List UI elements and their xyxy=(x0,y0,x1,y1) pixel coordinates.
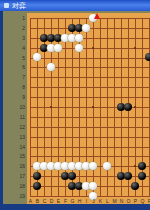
board-cell-G14[interactable] xyxy=(68,141,75,151)
board-cell-L11[interactable] xyxy=(103,112,110,122)
board-cell-H17[interactable] xyxy=(75,171,82,181)
board-cell-D17[interactable] xyxy=(47,171,54,181)
board-cell-M15[interactable] xyxy=(110,151,117,161)
board-cell-N17[interactable] xyxy=(117,171,124,181)
board-cell-F7[interactable] xyxy=(61,72,68,82)
board-cell-I10[interactable] xyxy=(82,102,89,112)
board-cell-C4[interactable] xyxy=(40,43,47,53)
board-cell-I15[interactable] xyxy=(82,151,89,161)
board-cell-N12[interactable] xyxy=(117,122,124,132)
board-cell-N3[interactable] xyxy=(117,33,124,43)
board-cell-I12[interactable] xyxy=(82,122,89,132)
board-cell-P17[interactable] xyxy=(131,171,138,181)
board-cell-M7[interactable] xyxy=(110,72,117,82)
board-cell-L17[interactable] xyxy=(103,171,110,181)
board-cell-F3[interactable] xyxy=(61,33,68,43)
board-cell-Q6[interactable] xyxy=(138,62,145,72)
board-cell-C8[interactable] xyxy=(40,82,47,92)
board-cell-K12[interactable] xyxy=(96,122,103,132)
board-cell-R9[interactable] xyxy=(145,92,150,102)
board-cell-B7[interactable] xyxy=(33,72,40,82)
board-cell-L1[interactable] xyxy=(103,13,110,23)
board-cell-H12[interactable] xyxy=(75,122,82,132)
board-cell-D1[interactable] xyxy=(47,13,54,23)
board-cell-D4[interactable] xyxy=(47,43,54,53)
board-cell-L18[interactable] xyxy=(103,181,110,191)
board-cell-R3[interactable] xyxy=(145,33,150,43)
board-cell-G4[interactable] xyxy=(68,43,75,53)
board-cell-M2[interactable] xyxy=(110,23,117,33)
board-cell-Q14[interactable] xyxy=(138,141,145,151)
board-cell-N9[interactable] xyxy=(117,92,124,102)
board-cell-H7[interactable] xyxy=(75,72,82,82)
board-cell-B15[interactable] xyxy=(33,151,40,161)
board-cell-J2[interactable] xyxy=(89,23,96,33)
board-cell-R8[interactable] xyxy=(145,82,150,92)
board-cell-E4[interactable] xyxy=(54,43,61,53)
board-cell-O2[interactable] xyxy=(124,23,131,33)
board-cell-B16[interactable] xyxy=(33,161,40,171)
board-cell-C5[interactable] xyxy=(40,53,47,63)
board-cell-F8[interactable] xyxy=(61,82,68,92)
board-cell-O6[interactable] xyxy=(124,62,131,72)
board-cell-B13[interactable] xyxy=(33,132,40,142)
board-cell-P2[interactable] xyxy=(131,23,138,33)
board-cell-M5[interactable] xyxy=(110,53,117,63)
board-cell-C13[interactable] xyxy=(40,132,47,142)
board-cell-P1[interactable] xyxy=(131,13,138,23)
board-cell-L9[interactable] xyxy=(103,92,110,102)
board-cell-B9[interactable] xyxy=(33,92,40,102)
board-cell-F14[interactable] xyxy=(61,141,68,151)
board-cell-Q12[interactable] xyxy=(138,122,145,132)
board-cell-H11[interactable] xyxy=(75,112,82,122)
board-cell-C17[interactable] xyxy=(40,171,47,181)
board-cell-N8[interactable] xyxy=(117,82,124,92)
board-cell-D18[interactable] xyxy=(47,181,54,191)
board-cell-Q2[interactable] xyxy=(138,23,145,33)
board-cell-M14[interactable] xyxy=(110,141,117,151)
board-cell-H3[interactable] xyxy=(75,33,82,43)
board-cell-K2[interactable] xyxy=(96,23,103,33)
board-cell-H18[interactable] xyxy=(75,181,82,191)
board-cell-L6[interactable] xyxy=(103,62,110,72)
board-cell-O10[interactable] xyxy=(124,102,131,112)
board-cell-K6[interactable] xyxy=(96,62,103,72)
board-cell-I1[interactable] xyxy=(82,13,89,23)
board-cell-J4[interactable] xyxy=(89,43,96,53)
board-cell-F9[interactable] xyxy=(61,92,68,102)
board-cell-G17[interactable] xyxy=(68,171,75,181)
board-cell-L4[interactable] xyxy=(103,43,110,53)
board-cell-F15[interactable] xyxy=(61,151,68,161)
board-cell-P6[interactable] xyxy=(131,62,138,72)
board-cell-I2[interactable] xyxy=(82,23,89,33)
board-cell-F17[interactable] xyxy=(61,171,68,181)
board-cell-O16[interactable] xyxy=(124,161,131,171)
board-cell-Q5[interactable] xyxy=(138,53,145,63)
board-cell-L10[interactable] xyxy=(103,102,110,112)
board-cell-G15[interactable] xyxy=(68,151,75,161)
board-cell-M6[interactable] xyxy=(110,62,117,72)
board-cell-I3[interactable] xyxy=(82,33,89,43)
board-cell-E15[interactable] xyxy=(54,151,61,161)
board-cell-D11[interactable] xyxy=(47,112,54,122)
board-cell-L16[interactable] xyxy=(103,161,110,171)
board-cell-I14[interactable] xyxy=(82,141,89,151)
board-cell-C18[interactable] xyxy=(40,181,47,191)
board-cell-M11[interactable] xyxy=(110,112,117,122)
board-cell-G18[interactable] xyxy=(68,181,75,191)
board-cell-F18[interactable] xyxy=(61,181,68,191)
board-cell-I17[interactable] xyxy=(82,171,89,181)
board-cell-E9[interactable] xyxy=(54,92,61,102)
board-cell-J8[interactable] xyxy=(89,82,96,92)
board-cell-H15[interactable] xyxy=(75,151,82,161)
board-cell-D14[interactable] xyxy=(47,141,54,151)
board-cell-O3[interactable] xyxy=(124,33,131,43)
board-cell-P3[interactable] xyxy=(131,33,138,43)
board-cell-G16[interactable] xyxy=(68,161,75,171)
board-cell-P5[interactable] xyxy=(131,53,138,63)
board-cell-K18[interactable] xyxy=(96,181,103,191)
board-cell-K9[interactable] xyxy=(96,92,103,102)
board-cell-K13[interactable] xyxy=(96,132,103,142)
board-cell-J13[interactable] xyxy=(89,132,96,142)
board-cell-I6[interactable] xyxy=(82,62,89,72)
board-cell-K16[interactable] xyxy=(96,161,103,171)
board-cell-M18[interactable] xyxy=(110,181,117,191)
board-cell-F6[interactable] xyxy=(61,62,68,72)
board-cell-R6[interactable] xyxy=(145,62,150,72)
board-cell-R18[interactable] xyxy=(145,181,150,191)
board-cell-E18[interactable] xyxy=(54,181,61,191)
board-cell-M17[interactable] xyxy=(110,171,117,181)
board-cell-J3[interactable] xyxy=(89,33,96,43)
board-cell-C9[interactable] xyxy=(40,92,47,102)
board-cell-J5[interactable] xyxy=(89,53,96,63)
board-cell-B4[interactable] xyxy=(33,43,40,53)
board-cell-G11[interactable] xyxy=(68,112,75,122)
board-cell-Q17[interactable] xyxy=(138,171,145,181)
board-cell-E12[interactable] xyxy=(54,122,61,132)
board-cell-B17[interactable] xyxy=(33,171,40,181)
board-cell-F16[interactable] xyxy=(61,161,68,171)
board-cell-F13[interactable] xyxy=(61,132,68,142)
board-cell-L7[interactable] xyxy=(103,72,110,82)
board-cell-P8[interactable] xyxy=(131,82,138,92)
board-cell-K7[interactable] xyxy=(96,72,103,82)
board-cell-Q13[interactable] xyxy=(138,132,145,142)
board-cell-D9[interactable] xyxy=(47,92,54,102)
board-cell-Q8[interactable] xyxy=(138,82,145,92)
board-cell-N5[interactable] xyxy=(117,53,124,63)
board-cell-L12[interactable] xyxy=(103,122,110,132)
board-cell-P15[interactable] xyxy=(131,151,138,161)
board-cell-C1[interactable] xyxy=(40,13,47,23)
board-cell-E5[interactable] xyxy=(54,53,61,63)
board-cell-O11[interactable] xyxy=(124,112,131,122)
board-cell-P12[interactable] xyxy=(131,122,138,132)
board-cell-R7[interactable] xyxy=(145,72,150,82)
board-cell-O1[interactable] xyxy=(124,13,131,23)
board-cell-P7[interactable] xyxy=(131,72,138,82)
title-bar[interactable]: 对弈 xyxy=(0,0,150,11)
board-cell-C11[interactable] xyxy=(40,112,47,122)
board-cell-K11[interactable] xyxy=(96,112,103,122)
board-cell-E13[interactable] xyxy=(54,132,61,142)
board-cell-R17[interactable] xyxy=(145,171,150,181)
board-cell-C15[interactable] xyxy=(40,151,47,161)
board-cell-P16[interactable] xyxy=(131,161,138,171)
board-cell-I4[interactable] xyxy=(82,43,89,53)
board-cell-N1[interactable] xyxy=(117,13,124,23)
board-cell-Q3[interactable] xyxy=(138,33,145,43)
board-cell-B8[interactable] xyxy=(33,82,40,92)
board-cell-M1[interactable] xyxy=(110,13,117,23)
board-cell-O9[interactable] xyxy=(124,92,131,102)
board-cell-O12[interactable] xyxy=(124,122,131,132)
board-cell-G6[interactable] xyxy=(68,62,75,72)
board-cell-F10[interactable] xyxy=(61,102,68,112)
board-cell-H2[interactable] xyxy=(75,23,82,33)
board-cell-G9[interactable] xyxy=(68,92,75,102)
board-cell-O5[interactable] xyxy=(124,53,131,63)
board-cell-I18[interactable] xyxy=(82,181,89,191)
board-cell-J7[interactable] xyxy=(89,72,96,82)
board-cell-R11[interactable] xyxy=(145,112,150,122)
board-cell-J9[interactable] xyxy=(89,92,96,102)
board-cell-N7[interactable] xyxy=(117,72,124,82)
board-cell-J14[interactable] xyxy=(89,141,96,151)
board-cell-D7[interactable] xyxy=(47,72,54,82)
board-cell-J16[interactable] xyxy=(89,161,96,171)
board-cell-Q10[interactable] xyxy=(138,102,145,112)
board-cell-L15[interactable] xyxy=(103,151,110,161)
board-cell-Q1[interactable] xyxy=(138,13,145,23)
board-cell-N6[interactable] xyxy=(117,62,124,72)
board-cell-P4[interactable] xyxy=(131,43,138,53)
board-cell-R2[interactable] xyxy=(145,23,150,33)
board-cell-K4[interactable] xyxy=(96,43,103,53)
board-cell-E17[interactable] xyxy=(54,171,61,181)
board-cell-L13[interactable] xyxy=(103,132,110,142)
board-cell-J17[interactable] xyxy=(89,171,96,181)
board-cell-C12[interactable] xyxy=(40,122,47,132)
board-cell-N18[interactable] xyxy=(117,181,124,191)
board-cell-C6[interactable] xyxy=(40,62,47,72)
board-cell-N14[interactable] xyxy=(117,141,124,151)
board-cell-G10[interactable] xyxy=(68,102,75,112)
board-cell-O7[interactable] xyxy=(124,72,131,82)
board-cell-N16[interactable] xyxy=(117,161,124,171)
board-cell-E2[interactable] xyxy=(54,23,61,33)
board-cell-H8[interactable] xyxy=(75,82,82,92)
board-cell-K14[interactable] xyxy=(96,141,103,151)
board-cell-N13[interactable] xyxy=(117,132,124,142)
board-cell-P10[interactable] xyxy=(131,102,138,112)
board-cell-M3[interactable] xyxy=(110,33,117,43)
board-cell-G12[interactable] xyxy=(68,122,75,132)
board-cell-Q4[interactable] xyxy=(138,43,145,53)
board-cell-P13[interactable] xyxy=(131,132,138,142)
board-cell-G8[interactable] xyxy=(68,82,75,92)
board-cell-J15[interactable] xyxy=(89,151,96,161)
board-cell-B5[interactable] xyxy=(33,53,40,63)
board-cell-N11[interactable] xyxy=(117,112,124,122)
board-cell-D15[interactable] xyxy=(47,151,54,161)
board-cell-N2[interactable] xyxy=(117,23,124,33)
board-cell-H13[interactable] xyxy=(75,132,82,142)
board-cell-Q11[interactable] xyxy=(138,112,145,122)
board-cell-L3[interactable] xyxy=(103,33,110,43)
board-cell-C7[interactable] xyxy=(40,72,47,82)
board-cell-L8[interactable] xyxy=(103,82,110,92)
board-cell-D16[interactable] xyxy=(47,161,54,171)
board-cell-B10[interactable] xyxy=(33,102,40,112)
board-cell-J18[interactable] xyxy=(89,181,96,191)
board-cell-J6[interactable] xyxy=(89,62,96,72)
board-cell-F4[interactable] xyxy=(61,43,68,53)
board-cell-F11[interactable] xyxy=(61,112,68,122)
board-cell-E10[interactable] xyxy=(54,102,61,112)
board-cell-F5[interactable] xyxy=(61,53,68,63)
board-cell-J10[interactable] xyxy=(89,102,96,112)
board-cell-Q16[interactable] xyxy=(138,161,145,171)
board-cell-B3[interactable] xyxy=(33,33,40,43)
board-cell-O17[interactable] xyxy=(124,171,131,181)
board-cell-B6[interactable] xyxy=(33,62,40,72)
board-cell-H1[interactable] xyxy=(75,13,82,23)
board-cell-P11[interactable] xyxy=(131,112,138,122)
board-cell-D6[interactable] xyxy=(47,62,54,72)
board-cell-B14[interactable] xyxy=(33,141,40,151)
board-cell-R12[interactable] xyxy=(145,122,150,132)
board-cell-L2[interactable] xyxy=(103,23,110,33)
board-cell-G13[interactable] xyxy=(68,132,75,142)
board-cell-D3[interactable] xyxy=(47,33,54,43)
board-cell-M9[interactable] xyxy=(110,92,117,102)
board-cell-E1[interactable] xyxy=(54,13,61,23)
board-cell-O14[interactable] xyxy=(124,141,131,151)
board-cell-I13[interactable] xyxy=(82,132,89,142)
board-cell-G1[interactable] xyxy=(68,13,75,23)
board-cell-E8[interactable] xyxy=(54,82,61,92)
board-cell-M13[interactable] xyxy=(110,132,117,142)
board-cell-E3[interactable] xyxy=(54,33,61,43)
board-cell-E6[interactable] xyxy=(54,62,61,72)
board-cell-D5[interactable] xyxy=(47,53,54,63)
board-cell-F12[interactable] xyxy=(61,122,68,132)
board-cell-F2[interactable] xyxy=(61,23,68,33)
board-cell-K3[interactable] xyxy=(96,33,103,43)
board-cell-N15[interactable] xyxy=(117,151,124,161)
board-cell-K8[interactable] xyxy=(96,82,103,92)
board-cell-R15[interactable] xyxy=(145,151,150,161)
board-cell-K15[interactable] xyxy=(96,151,103,161)
board-cell-C14[interactable] xyxy=(40,141,47,151)
board-cell-O8[interactable] xyxy=(124,82,131,92)
board-cell-J12[interactable] xyxy=(89,122,96,132)
board-cell-L14[interactable] xyxy=(103,141,110,151)
board-cell-H5[interactable] xyxy=(75,53,82,63)
board-cell-R16[interactable] xyxy=(145,161,150,171)
board-cell-N10[interactable] xyxy=(117,102,124,112)
board-cell-Q9[interactable] xyxy=(138,92,145,102)
board-cell-M10[interactable] xyxy=(110,102,117,112)
board-cell-O18[interactable] xyxy=(124,181,131,191)
go-board[interactable]: ABCDEFGHIJKLMNOPQRS xyxy=(27,13,150,204)
board-cell-B1[interactable] xyxy=(33,13,40,23)
board-cell-E7[interactable] xyxy=(54,72,61,82)
board-cell-B11[interactable] xyxy=(33,112,40,122)
board-cell-C10[interactable] xyxy=(40,102,47,112)
board-cell-K5[interactable] xyxy=(96,53,103,63)
board-cell-I8[interactable] xyxy=(82,82,89,92)
board-cell-H4[interactable] xyxy=(75,43,82,53)
board-cell-M16[interactable] xyxy=(110,161,117,171)
board-cell-R10[interactable] xyxy=(145,102,150,112)
board-cell-D8[interactable] xyxy=(47,82,54,92)
board-cell-H10[interactable] xyxy=(75,102,82,112)
board-cell-L5[interactable] xyxy=(103,53,110,63)
board-cell-H14[interactable] xyxy=(75,141,82,151)
board-cell-R5[interactable] xyxy=(145,53,150,63)
board-cell-G3[interactable] xyxy=(68,33,75,43)
board-cell-P9[interactable] xyxy=(131,92,138,102)
board-cell-P14[interactable] xyxy=(131,141,138,151)
board-cell-N4[interactable] xyxy=(117,43,124,53)
board-cell-D2[interactable] xyxy=(47,23,54,33)
board-cell-I9[interactable] xyxy=(82,92,89,102)
board-cell-F1[interactable] xyxy=(61,13,68,23)
board-cell-C16[interactable] xyxy=(40,161,47,171)
board-cell-H16[interactable] xyxy=(75,161,82,171)
board-cell-C2[interactable] xyxy=(40,23,47,33)
board-cell-I16[interactable] xyxy=(82,161,89,171)
board-cell-B12[interactable] xyxy=(33,122,40,132)
board-cell-P18[interactable] xyxy=(131,181,138,191)
board-cell-M4[interactable] xyxy=(110,43,117,53)
board-cell-D10[interactable] xyxy=(47,102,54,112)
board-cell-Q15[interactable] xyxy=(138,151,145,161)
board-cell-I5[interactable] xyxy=(82,53,89,63)
board-cell-M8[interactable] xyxy=(110,82,117,92)
board-cell-M12[interactable] xyxy=(110,122,117,132)
board-cell-C3[interactable] xyxy=(40,33,47,43)
board-cell-G2[interactable] xyxy=(68,23,75,33)
board-cell-R1[interactable] xyxy=(145,13,150,23)
board-cell-D12[interactable] xyxy=(47,122,54,132)
board-cell-E16[interactable] xyxy=(54,161,61,171)
board-cell-R4[interactable] xyxy=(145,43,150,53)
board-cell-G5[interactable] xyxy=(68,53,75,63)
board-cell-J11[interactable] xyxy=(89,112,96,122)
board-cell-K10[interactable] xyxy=(96,102,103,112)
board-cell-H6[interactable] xyxy=(75,62,82,72)
board-cell-B18[interactable] xyxy=(33,181,40,191)
board-cell-H9[interactable] xyxy=(75,92,82,102)
board-cell-E11[interactable] xyxy=(54,112,61,122)
board-cell-O13[interactable] xyxy=(124,132,131,142)
board-cell-I11[interactable] xyxy=(82,112,89,122)
board-cell-Q7[interactable] xyxy=(138,72,145,82)
board-cell-I7[interactable] xyxy=(82,72,89,82)
board-cell-O15[interactable] xyxy=(124,151,131,161)
board-cell-D13[interactable] xyxy=(47,132,54,142)
board-cell-R13[interactable] xyxy=(145,132,150,142)
board-cell-R14[interactable] xyxy=(145,141,150,151)
